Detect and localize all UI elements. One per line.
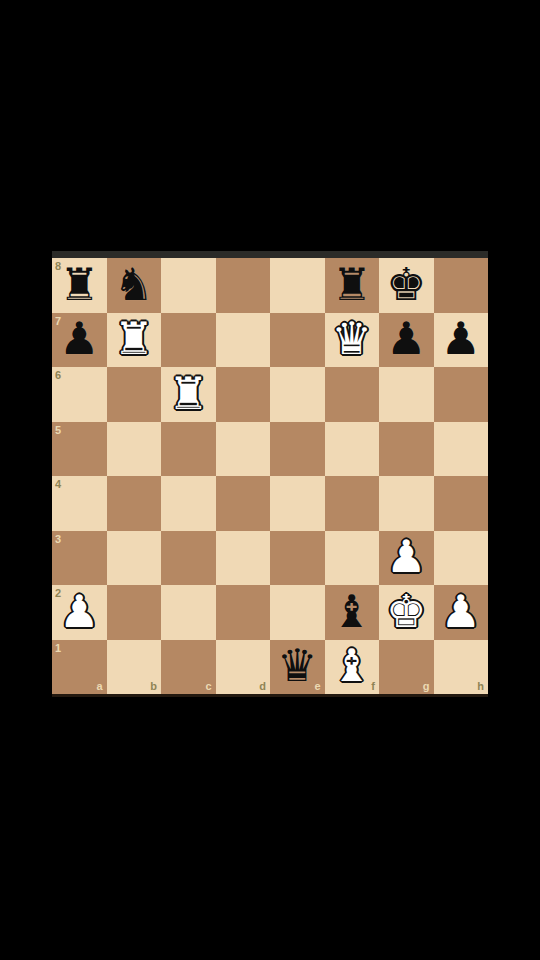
piece-white-king-g2[interactable]: ♚ (386, 589, 426, 634)
piece-black-pawn-h7[interactable]: ♟ (441, 316, 481, 361)
square-c8[interactable] (161, 258, 216, 313)
piece-black-bishop-f2[interactable]: ♝ (332, 589, 372, 634)
square-d8[interactable] (216, 258, 271, 313)
square-f2[interactable]: ♝ (325, 585, 380, 640)
square-c2[interactable] (161, 585, 216, 640)
square-c7[interactable] (161, 313, 216, 368)
square-f3[interactable] (325, 531, 380, 586)
square-b7[interactable]: ♜ (107, 313, 162, 368)
square-e8[interactable] (270, 258, 325, 313)
rank-label-4: 4 (55, 479, 61, 490)
piece-white-bishop-f1[interactable]: ♝ (332, 643, 372, 688)
square-e7[interactable] (270, 313, 325, 368)
square-g4[interactable] (379, 476, 434, 531)
square-g1[interactable]: g (379, 640, 434, 695)
square-b3[interactable] (107, 531, 162, 586)
square-d5[interactable] (216, 422, 271, 477)
square-c1[interactable]: c (161, 640, 216, 695)
file-label-b: b (150, 681, 157, 692)
square-h3[interactable] (434, 531, 489, 586)
app-background: 8♜♞♜♚7♟♜♛♟♟6♜543♟2♟♝♚♟1abcde♛f♝gh (0, 0, 540, 960)
file-label-c: c (205, 681, 211, 692)
square-d1[interactable]: d (216, 640, 271, 695)
square-d6[interactable] (216, 367, 271, 422)
square-a7[interactable]: 7♟ (52, 313, 107, 368)
square-c5[interactable] (161, 422, 216, 477)
file-label-a: a (96, 681, 102, 692)
square-e5[interactable] (270, 422, 325, 477)
piece-white-rook-b7[interactable]: ♜ (114, 316, 154, 361)
square-c3[interactable] (161, 531, 216, 586)
rank-label-3: 3 (55, 534, 61, 545)
square-h6[interactable] (434, 367, 489, 422)
chess-board[interactable]: 8♜♞♜♚7♟♜♛♟♟6♜543♟2♟♝♚♟1abcde♛f♝gh (52, 258, 488, 694)
square-a3[interactable]: 3 (52, 531, 107, 586)
square-b6[interactable] (107, 367, 162, 422)
square-c4[interactable] (161, 476, 216, 531)
square-a8[interactable]: 8♜ (52, 258, 107, 313)
rank-label-6: 6 (55, 370, 61, 381)
piece-white-pawn-h2[interactable]: ♟ (441, 589, 481, 634)
square-h2[interactable]: ♟ (434, 585, 489, 640)
square-f1[interactable]: f♝ (325, 640, 380, 695)
square-g3[interactable]: ♟ (379, 531, 434, 586)
square-g7[interactable]: ♟ (379, 313, 434, 368)
square-d4[interactable] (216, 476, 271, 531)
square-a4[interactable]: 4 (52, 476, 107, 531)
square-a5[interactable]: 5 (52, 422, 107, 477)
square-e6[interactable] (270, 367, 325, 422)
piece-white-pawn-g3[interactable]: ♟ (386, 534, 426, 579)
square-h4[interactable] (434, 476, 489, 531)
square-h8[interactable] (434, 258, 489, 313)
piece-white-pawn-a2[interactable]: ♟ (59, 589, 99, 634)
square-e3[interactable] (270, 531, 325, 586)
board-top-edge (52, 251, 488, 258)
square-b1[interactable]: b (107, 640, 162, 695)
square-d3[interactable] (216, 531, 271, 586)
piece-black-king-g8[interactable]: ♚ (386, 262, 426, 307)
square-c6[interactable]: ♜ (161, 367, 216, 422)
piece-black-rook-f8[interactable]: ♜ (332, 262, 372, 307)
square-h7[interactable]: ♟ (434, 313, 489, 368)
square-f4[interactable] (325, 476, 380, 531)
square-g8[interactable]: ♚ (379, 258, 434, 313)
piece-white-rook-c6[interactable]: ♜ (168, 371, 208, 416)
square-g6[interactable] (379, 367, 434, 422)
square-e4[interactable] (270, 476, 325, 531)
square-f8[interactable]: ♜ (325, 258, 380, 313)
square-d7[interactable] (216, 313, 271, 368)
piece-white-queen-f7[interactable]: ♛ (332, 316, 372, 361)
piece-black-pawn-g7[interactable]: ♟ (386, 316, 426, 361)
piece-black-pawn-a7[interactable]: ♟ (59, 316, 99, 361)
square-e2[interactable] (270, 585, 325, 640)
square-f5[interactable] (325, 422, 380, 477)
square-a6[interactable]: 6 (52, 367, 107, 422)
file-label-h: h (477, 681, 484, 692)
rank-label-1: 1 (55, 643, 61, 654)
file-label-g: g (423, 681, 430, 692)
board-bottom-edge (52, 694, 488, 697)
square-b2[interactable] (107, 585, 162, 640)
square-h5[interactable] (434, 422, 489, 477)
piece-black-queen-e1[interactable]: ♛ (277, 643, 317, 688)
square-f7[interactable]: ♛ (325, 313, 380, 368)
square-b4[interactable] (107, 476, 162, 531)
square-g2[interactable]: ♚ (379, 585, 434, 640)
square-d2[interactable] (216, 585, 271, 640)
square-a2[interactable]: 2♟ (52, 585, 107, 640)
piece-black-rook-a8[interactable]: ♜ (59, 262, 99, 307)
square-f6[interactable] (325, 367, 380, 422)
square-b8[interactable]: ♞ (107, 258, 162, 313)
file-label-d: d (259, 681, 266, 692)
square-b5[interactable] (107, 422, 162, 477)
square-g5[interactable] (379, 422, 434, 477)
square-e1[interactable]: e♛ (270, 640, 325, 695)
square-h1[interactable]: h (434, 640, 489, 695)
rank-label-5: 5 (55, 425, 61, 436)
square-a1[interactable]: 1a (52, 640, 107, 695)
piece-black-knight-b8[interactable]: ♞ (114, 262, 154, 307)
